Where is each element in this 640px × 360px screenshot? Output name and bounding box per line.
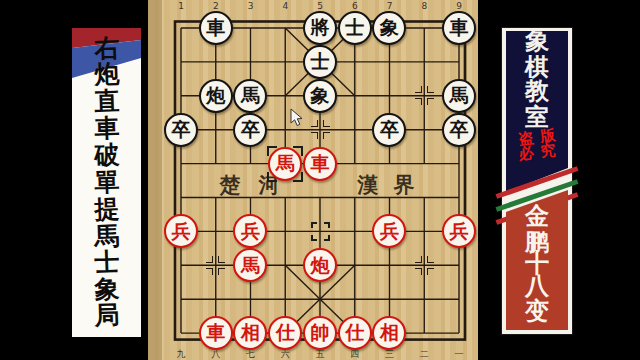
file-label-bottom: 九: [177, 349, 186, 359]
right-title-banner: 象棋教室盗版必究 金鹏十八变: [502, 28, 572, 334]
piece-red-車[interactable]: 車: [199, 316, 233, 350]
board-grid[interactable]: 車將士象車士炮馬象馬卒卒卒卒馬車兵兵兵兵馬炮車相仕帥仕相: [164, 11, 477, 350]
piece-black-士[interactable]: 士: [338, 11, 372, 45]
file-label-bottom: 五: [316, 349, 325, 359]
piece-red-相[interactable]: 相: [372, 316, 406, 350]
move-destination-marker: [267, 146, 303, 182]
file-label-top: 9: [456, 1, 462, 11]
left-banner-char: 馬: [94, 223, 120, 249]
move-origin-marker: [311, 222, 330, 241]
piece-black-卒[interactable]: 卒: [164, 113, 198, 147]
piece-black-將[interactable]: 將: [303, 11, 337, 45]
piece-red-炮[interactable]: 炮: [303, 248, 337, 282]
piece-red-相[interactable]: 相: [233, 316, 267, 350]
river-label-right: 漢: [358, 171, 379, 199]
mouse-cursor-icon: [290, 108, 304, 128]
river-label-left: 楚: [220, 171, 241, 199]
left-banner-char: 象: [94, 276, 120, 302]
file-label-top: 7: [387, 1, 393, 11]
right-banner-series-char: 金: [525, 203, 549, 229]
right-banner-title-char: 教: [525, 78, 549, 104]
point-marker: [311, 120, 330, 139]
piece-black-車[interactable]: 車: [199, 11, 233, 45]
point-marker: [206, 256, 225, 275]
piece-black-士[interactable]: 士: [303, 45, 337, 79]
file-label-bottom: 六: [281, 349, 290, 359]
left-banner-char: 提: [94, 196, 120, 222]
piece-black-卒[interactable]: 卒: [442, 113, 476, 147]
piece-black-卒[interactable]: 卒: [233, 113, 267, 147]
file-label-bottom: 八: [211, 349, 220, 359]
xiangqi-board: 車將士象車士炮馬象馬卒卒卒卒馬車兵兵兵兵馬炮車相仕帥仕相 123456789 九…: [148, 0, 478, 360]
piece-red-仕[interactable]: 仕: [268, 316, 302, 350]
point-marker: [415, 86, 434, 105]
file-label-top: 5: [317, 1, 323, 11]
piece-red-車[interactable]: 車: [303, 147, 337, 181]
piece-black-卒[interactable]: 卒: [372, 113, 406, 147]
video-frame: { "game": "xiangqi", "position": { "fen"…: [0, 0, 640, 360]
left-banner-char: 局: [94, 302, 120, 328]
right-banner-bottom-section: 金鹏十八变: [506, 190, 568, 330]
piece-black-象[interactable]: 象: [372, 11, 406, 45]
file-label-top: 1: [178, 1, 184, 11]
file-label-bottom: 四: [350, 349, 359, 359]
piece-black-馬[interactable]: 馬: [442, 79, 476, 113]
right-banner-series-char: 变: [525, 298, 549, 324]
left-banner-char: 破: [94, 142, 120, 168]
piece-black-象[interactable]: 象: [303, 79, 337, 113]
file-label-bottom: 一: [455, 349, 464, 359]
left-banner-char: 車: [94, 115, 120, 141]
river-label-right: 界: [394, 171, 415, 199]
file-label-top: 4: [282, 1, 288, 11]
file-label-bottom: 二: [420, 349, 429, 359]
left-banner-char: 單: [94, 169, 120, 195]
left-banner-char: 士: [94, 249, 120, 275]
piece-red-兵[interactable]: 兵: [164, 214, 198, 248]
file-label-bottom: 七: [246, 349, 255, 359]
file-label-bottom: 三: [385, 349, 394, 359]
file-label-top: 3: [248, 1, 254, 11]
piece-red-仕[interactable]: 仕: [338, 316, 372, 350]
left-title-banner: 右炮直車破單提馬士象局: [72, 28, 141, 337]
piece-red-帥[interactable]: 帥: [303, 316, 337, 350]
left-banner-char: 炮: [94, 61, 120, 87]
piece-red-兵[interactable]: 兵: [372, 214, 406, 248]
right-banner-warning-row: 必究: [511, 141, 564, 163]
piece-red-馬[interactable]: 馬: [233, 248, 267, 282]
left-banner-char: 直: [94, 88, 120, 114]
piece-red-兵[interactable]: 兵: [233, 214, 267, 248]
piece-black-馬[interactable]: 馬: [233, 79, 267, 113]
piece-black-車[interactable]: 車: [442, 11, 476, 45]
left-banner-char: 右: [94, 35, 120, 61]
piece-black-炮[interactable]: 炮: [199, 79, 233, 113]
point-marker: [415, 256, 434, 275]
file-label-top: 6: [352, 1, 358, 11]
piece-red-兵[interactable]: 兵: [442, 214, 476, 248]
right-banner-title-char: 象: [525, 28, 549, 54]
file-label-top: 8: [421, 1, 427, 11]
file-label-top: 2: [213, 1, 219, 11]
